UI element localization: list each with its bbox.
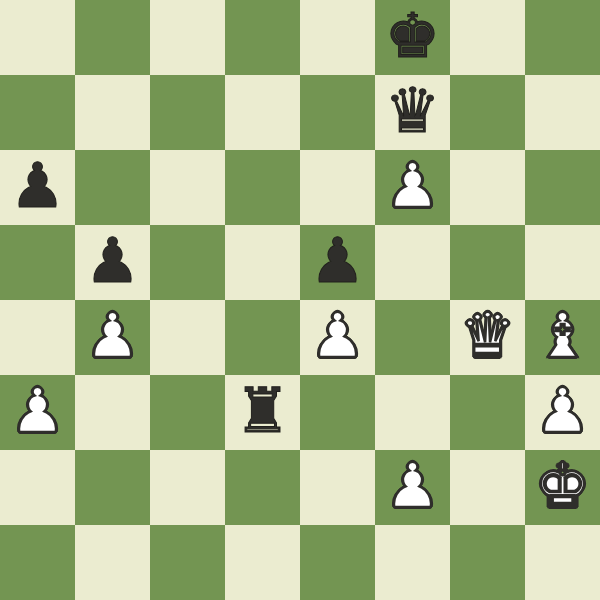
- square-h2[interactable]: ♚: [525, 450, 600, 525]
- square-g7[interactable]: [450, 75, 525, 150]
- square-h1[interactable]: [525, 525, 600, 600]
- square-a8[interactable]: [0, 0, 75, 75]
- square-e8[interactable]: [300, 0, 375, 75]
- square-g1[interactable]: [450, 525, 525, 600]
- square-h7[interactable]: [525, 75, 600, 150]
- square-g2[interactable]: [450, 450, 525, 525]
- square-f8[interactable]: ♚: [375, 0, 450, 75]
- square-c7[interactable]: [150, 75, 225, 150]
- square-a1[interactable]: [0, 525, 75, 600]
- square-f6[interactable]: ♟: [375, 150, 450, 225]
- square-f1[interactable]: [375, 525, 450, 600]
- square-a2[interactable]: [0, 450, 75, 525]
- square-b5[interactable]: ♟: [75, 225, 150, 300]
- square-b1[interactable]: [75, 525, 150, 600]
- piece-black-queen[interactable]: ♛: [385, 73, 441, 148]
- piece-white-bishop[interactable]: ♝: [535, 298, 591, 373]
- square-e5[interactable]: ♟: [300, 225, 375, 300]
- square-a5[interactable]: [0, 225, 75, 300]
- square-c8[interactable]: [150, 0, 225, 75]
- square-d7[interactable]: [225, 75, 300, 150]
- square-g5[interactable]: [450, 225, 525, 300]
- piece-white-pawn[interactable]: ♟: [385, 448, 441, 523]
- square-b4[interactable]: ♟: [75, 300, 150, 375]
- square-e3[interactable]: [300, 375, 375, 450]
- piece-white-king[interactable]: ♚: [535, 448, 591, 523]
- square-b8[interactable]: [75, 0, 150, 75]
- square-g3[interactable]: [450, 375, 525, 450]
- square-d4[interactable]: [225, 300, 300, 375]
- square-g8[interactable]: [450, 0, 525, 75]
- square-a3[interactable]: ♟: [0, 375, 75, 450]
- piece-white-pawn[interactable]: ♟: [10, 373, 66, 448]
- piece-black-pawn[interactable]: ♟: [310, 223, 366, 298]
- square-e2[interactable]: [300, 450, 375, 525]
- square-c4[interactable]: [150, 300, 225, 375]
- square-h4[interactable]: ♝: [525, 300, 600, 375]
- square-c1[interactable]: [150, 525, 225, 600]
- square-b3[interactable]: [75, 375, 150, 450]
- square-h8[interactable]: [525, 0, 600, 75]
- square-c3[interactable]: [150, 375, 225, 450]
- square-d5[interactable]: [225, 225, 300, 300]
- piece-black-rook[interactable]: ♜: [235, 373, 291, 448]
- piece-black-pawn[interactable]: ♟: [85, 223, 141, 298]
- square-h3[interactable]: ♟: [525, 375, 600, 450]
- square-a4[interactable]: [0, 300, 75, 375]
- square-f3[interactable]: [375, 375, 450, 450]
- square-a6[interactable]: ♟: [0, 150, 75, 225]
- piece-white-pawn[interactable]: ♟: [535, 373, 591, 448]
- square-f7[interactable]: ♛: [375, 75, 450, 150]
- square-f5[interactable]: [375, 225, 450, 300]
- square-c5[interactable]: [150, 225, 225, 300]
- square-d8[interactable]: [225, 0, 300, 75]
- chess-board: ♚♛♟♟♟♟♟♟♛♝♟♜♟♟♚: [0, 0, 600, 600]
- square-e7[interactable]: [300, 75, 375, 150]
- square-b7[interactable]: [75, 75, 150, 150]
- square-f2[interactable]: ♟: [375, 450, 450, 525]
- square-c6[interactable]: [150, 150, 225, 225]
- piece-black-pawn[interactable]: ♟: [10, 148, 66, 223]
- square-d2[interactable]: [225, 450, 300, 525]
- piece-white-pawn[interactable]: ♟: [85, 298, 141, 373]
- piece-black-king[interactable]: ♚: [385, 0, 441, 73]
- square-e4[interactable]: ♟: [300, 300, 375, 375]
- piece-white-queen[interactable]: ♛: [460, 298, 516, 373]
- square-d1[interactable]: [225, 525, 300, 600]
- piece-white-pawn[interactable]: ♟: [310, 298, 366, 373]
- square-b6[interactable]: [75, 150, 150, 225]
- square-h6[interactable]: [525, 150, 600, 225]
- square-h5[interactable]: [525, 225, 600, 300]
- square-g4[interactable]: ♛: [450, 300, 525, 375]
- square-g6[interactable]: [450, 150, 525, 225]
- square-d3[interactable]: ♜: [225, 375, 300, 450]
- square-d6[interactable]: [225, 150, 300, 225]
- square-e6[interactable]: [300, 150, 375, 225]
- square-c2[interactable]: [150, 450, 225, 525]
- square-f4[interactable]: [375, 300, 450, 375]
- square-e1[interactable]: [300, 525, 375, 600]
- square-b2[interactable]: [75, 450, 150, 525]
- square-a7[interactable]: [0, 75, 75, 150]
- piece-white-pawn[interactable]: ♟: [385, 148, 441, 223]
